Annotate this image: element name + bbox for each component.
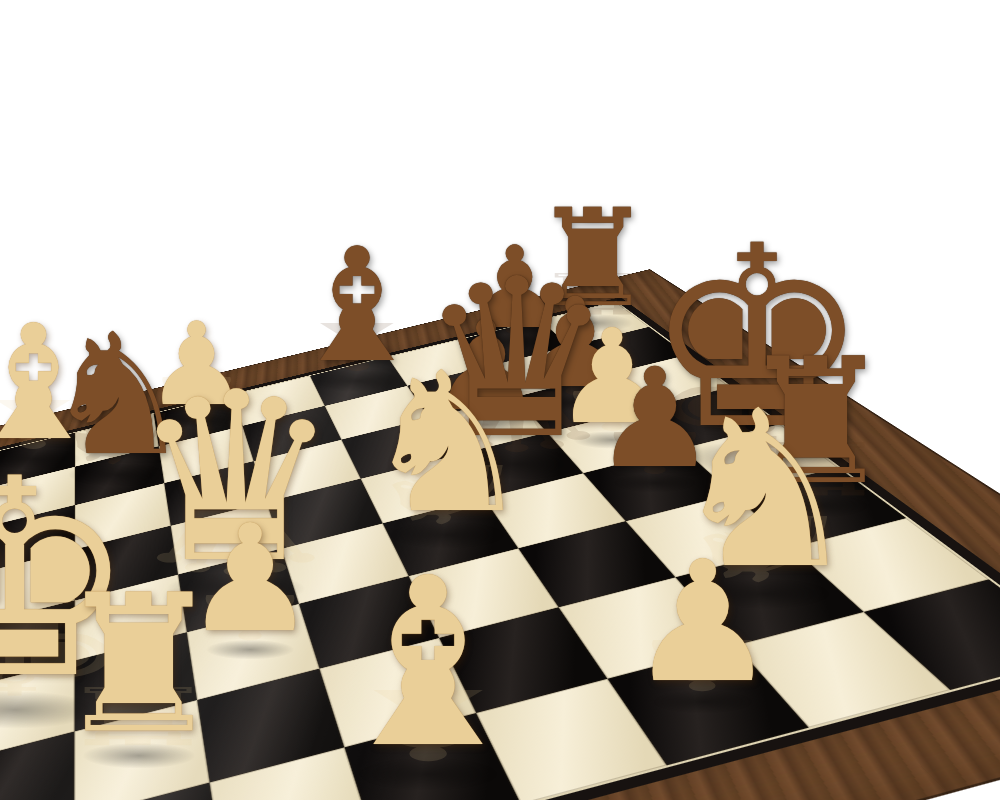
product-photo-scene: ♝♝♟♟♝♝♟♟♜♜♞♞♟♟♟♟♛♛♟♟♛♛♞♞♟♟♚♚♚♚♟♟♜♜♜♜♞♞♝♝… xyxy=(0,0,1000,800)
